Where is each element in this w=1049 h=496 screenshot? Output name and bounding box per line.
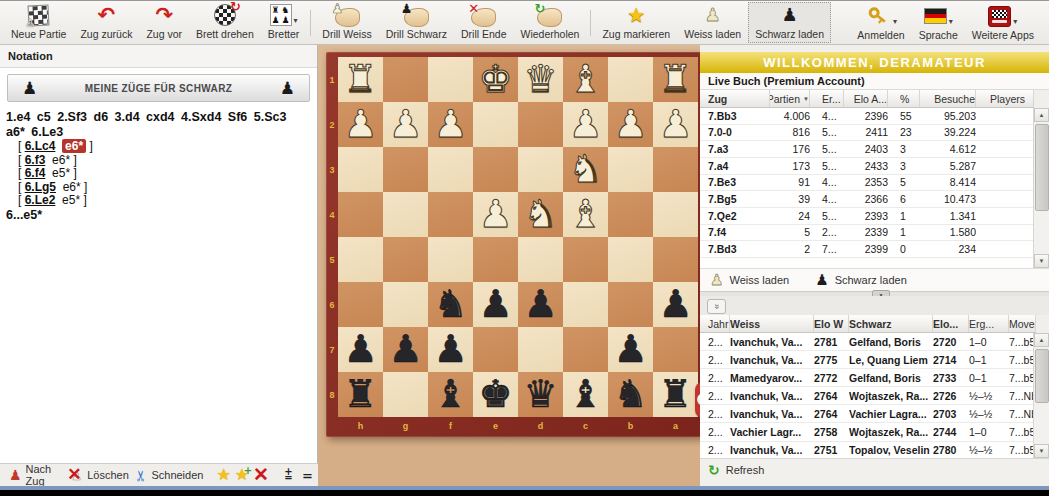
- white-bishop: ♝: [568, 192, 602, 237]
- game-cell-erg: 0–1: [969, 354, 1009, 366]
- square-g5[interactable]: [383, 237, 428, 282]
- square-a7[interactable]: [653, 327, 698, 372]
- games-column-header[interactable]: Weiss: [730, 315, 814, 332]
- square-d5[interactable]: [518, 237, 563, 282]
- drill-end-label: Drill Ende: [461, 28, 507, 40]
- variation-line: [ 6.f4 e5* ]: [6, 167, 311, 181]
- games-scrollbar[interactable]: ▲ ▼: [1033, 333, 1049, 458]
- book-row[interactable]: 7.0-08165...24112339.224: [700, 125, 1034, 142]
- square-c6[interactable]: [563, 282, 608, 327]
- white-pawn: ♟: [433, 102, 467, 147]
- book-row[interactable]: 7.Bd327...23990234: [700, 241, 1034, 258]
- undo-arrow-icon: ↶: [98, 4, 116, 26]
- black-knight: ♞: [433, 282, 467, 327]
- black-rook: ♜: [343, 372, 377, 417]
- square-b3[interactable]: [608, 147, 653, 192]
- book-row[interactable]: 7.Qe2245...239311.341: [700, 208, 1034, 225]
- book-cell-elo: 2411: [844, 126, 888, 138]
- book-cell-er: 4...: [810, 176, 844, 188]
- book-row[interactable]: 7.Bg5394...2366610.473: [700, 191, 1034, 208]
- square-c1[interactable]: ♝: [563, 57, 608, 102]
- black-pawn: ♟: [343, 327, 377, 372]
- square-h6[interactable]: [338, 282, 383, 327]
- key-icon: ▾: [865, 5, 897, 27]
- book-cell-pct: 6: [888, 193, 920, 205]
- book-column-label: Players: [990, 93, 1025, 105]
- game-cell-moves: 7...b5 8.0-0...: [1009, 426, 1036, 438]
- black-queen: ♛: [523, 372, 557, 417]
- load-white-button[interactable]: ♟ Weiss laden: [677, 2, 748, 43]
- game-cell-weiss: Mamedyarov...: [730, 372, 814, 384]
- games-column-header[interactable]: Elo W: [814, 315, 849, 332]
- square-f3[interactable]: [428, 147, 473, 192]
- scrollbar-thumb[interactable]: [1035, 349, 1049, 403]
- scroll-up-arrow[interactable]: ▲: [1034, 333, 1049, 347]
- square-c5[interactable]: [563, 237, 608, 282]
- more-apps-dropdown-arrow: ▾: [1013, 17, 1017, 26]
- scissors-icon: ✂: [134, 469, 149, 482]
- book-column-header[interactable]: Players: [976, 90, 1034, 107]
- variation-move-link[interactable]: 6.f4: [25, 166, 46, 180]
- game-row[interactable]: 2...Vachier Lagr...2758Wojtaszek, Ra...2…: [700, 423, 1036, 441]
- cut-button[interactable]: ✂ Schneiden: [132, 468, 207, 483]
- game-cell-erg: 1–0: [969, 426, 1009, 438]
- bracket: ]: [81, 180, 88, 194]
- variation-move[interactable]: e6*: [63, 180, 81, 194]
- bracket: [: [18, 166, 25, 180]
- game-cell-elo_s: 2720: [933, 336, 969, 348]
- white-knight: ♞: [568, 147, 602, 192]
- rank-label-8: 8: [326, 372, 338, 417]
- white-rook: ♜: [658, 57, 692, 102]
- games-column-header[interactable]: Erg...: [969, 315, 1009, 332]
- square-b4[interactable]: [608, 192, 653, 237]
- rank-label-5: 5: [326, 237, 338, 282]
- book-cell-partien: 176: [770, 143, 810, 155]
- book-column-header[interactable]: Er...: [810, 90, 844, 107]
- notation-panel-title: Notation: [0, 45, 317, 68]
- game-cell-jahr: 2...: [700, 390, 730, 402]
- book-column-label: Besuche: [934, 93, 975, 105]
- book-row[interactable]: 7.Bb34.0064...23965595.203: [700, 108, 1034, 125]
- eval-symbol-button[interactable]: =: [301, 469, 314, 482]
- game-cell-elo_s: 2733: [933, 372, 969, 384]
- book-cell-zug: 7.Bd3: [700, 243, 770, 255]
- square-c7[interactable]: [563, 327, 608, 372]
- variation-move-link[interactable]: 6.f3: [25, 153, 46, 167]
- load-black-button[interactable]: ♟ Schwarz laden: [748, 2, 831, 43]
- square-e5[interactable]: [473, 237, 518, 282]
- black-pawn-icon: ♟: [782, 4, 798, 26]
- variation-line: [ 6.Lg5 e6* ]: [6, 181, 311, 195]
- game-cell-jahr: 2...: [700, 372, 730, 384]
- game-cell-elo_w: 2781: [814, 336, 849, 348]
- book-row[interactable]: 7.a41735...243335.287: [700, 158, 1034, 175]
- chess-board[interactable]: 12345678 ♜♚♛♝♜♟♟♟♟♟♟♞♟♞♝♞♟♟♟♟♟♟♟♜♝♚♛♝♞♜ …: [326, 52, 704, 437]
- game-cell-erg: ½–½: [969, 444, 1009, 456]
- mark-move-button[interactable]: ★ Zug markieren: [595, 2, 677, 43]
- after-move-label: Nach Zug: [26, 463, 52, 487]
- game-row[interactable]: 2...Ivanchuk, Va...2764Vachier Lagra...2…: [700, 405, 1036, 423]
- square-d7[interactable]: [518, 327, 563, 372]
- book-column-header[interactable]: Besuche: [920, 90, 976, 107]
- game-cell-weiss: Vachier Lagr...: [730, 426, 814, 438]
- square-g1[interactable]: [383, 57, 428, 102]
- black-bishop: ♝: [568, 372, 602, 417]
- game-cell-elo_s: 2703: [933, 408, 969, 420]
- square-b6[interactable]: [608, 282, 653, 327]
- game-cell-erg: 0–1: [969, 372, 1009, 384]
- square-e4[interactable]: ♟: [473, 192, 518, 237]
- book-cell-er: 4...: [810, 193, 844, 205]
- book-cell-er: 5...: [810, 210, 844, 222]
- square-e3[interactable]: [473, 147, 518, 192]
- game-row[interactable]: 2...Mamedyarov...2772Gelfand, Boris27330…: [700, 369, 1036, 387]
- more-apps-button[interactable]: ▾ Weitere Apps: [965, 3, 1041, 44]
- scrollbar-thumb[interactable]: [1035, 124, 1049, 211]
- drill-black-label: Drill Schwarz: [386, 28, 447, 40]
- book-cell-zug: 7.a3: [700, 143, 770, 155]
- black-bishop: ♝: [433, 372, 467, 417]
- repeat-arm-icon: ↻: [537, 4, 562, 26]
- game-cell-erg: ½–½: [969, 390, 1009, 402]
- square-c4[interactable]: ♝: [563, 192, 608, 237]
- star-icon: ★: [627, 4, 645, 26]
- new-game-board-icon: ♙: [28, 4, 49, 26]
- square-d2[interactable]: [518, 102, 563, 147]
- book-cell-er: 7...: [810, 243, 844, 255]
- variation-move-link[interactable]: 6.Lg5: [25, 180, 56, 194]
- language-label: Sprache: [919, 29, 958, 41]
- square-e6[interactable]: ♟: [473, 282, 518, 327]
- book-cell-partien: 173: [770, 160, 810, 172]
- board-area: 12345678 ♜♚♛♝♜♟♟♟♟♟♟♞♟♞♝♞♟♟♟♟♟♟♟♜♝♚♛♝♞♜ …: [318, 45, 700, 486]
- square-g3[interactable]: [383, 147, 428, 192]
- book-cell-besuche: 234: [920, 243, 976, 255]
- game-row[interactable]: 2...Ivanchuk, Va...2751Topalov, Veselin2…: [700, 442, 1036, 458]
- book-column-header[interactable]: %: [888, 90, 920, 107]
- notation-panel: Notation ♟ MEINE ZÜGE FÜR SCHWARZ ♟ 1.e4…: [0, 45, 318, 486]
- black-pawn: ♟: [433, 327, 467, 372]
- square-h2[interactable]: ♟: [338, 102, 383, 147]
- square-f2[interactable]: ♟: [428, 102, 473, 147]
- scroll-up-arrow[interactable]: ▲: [1034, 108, 1049, 122]
- book-cell-partien: 91: [770, 176, 810, 188]
- delete-label: Löschen: [87, 469, 129, 481]
- square-a1[interactable]: ♜: [653, 57, 698, 102]
- book-cell-zug: 7.Bb3: [700, 110, 770, 122]
- live-book-title: Live Buch (Premium Account): [700, 73, 1049, 90]
- load-white-link-label: Weiss laden: [729, 274, 789, 286]
- refresh-bar: ↻ Refresh: [700, 458, 1049, 481]
- game-cell-schwarz: Gelfand, Boris: [849, 372, 933, 384]
- square-d1[interactable]: ♛: [518, 57, 563, 102]
- live-book-scrollbar[interactable]: ▲ ▼: [1033, 108, 1049, 268]
- variation-move-link[interactable]: 6.Le2: [25, 193, 56, 207]
- top-toolbar: ♙ Neue Partie ↶ Zug zurück ↷ Zug vor ↻ B…: [0, 0, 1049, 45]
- mainline-moves[interactable]: 1.e4 c5 2.Sf3 d6 3.d4 cxd4 4.Sxd4 Sf6 5.…: [6, 110, 311, 140]
- collapse-button[interactable]: »: [707, 299, 726, 314]
- book-cell-besuche: 95.203: [920, 110, 976, 122]
- game-cell-schwarz: Wojtaszek, Ra...: [849, 390, 933, 402]
- game-cell-elo_w: 2775: [814, 354, 849, 366]
- white-knight: ♞: [523, 192, 557, 237]
- white-pawn: ♟: [388, 102, 422, 147]
- square-g4[interactable]: [383, 192, 428, 237]
- games-column-header[interactable]: Schwarz: [849, 315, 933, 332]
- bracket: ]: [86, 139, 93, 153]
- book-column-header[interactable]: Partien▼: [770, 90, 810, 107]
- square-a3[interactable]: [653, 147, 698, 192]
- book-row[interactable]: 7.f452...233911.580: [700, 225, 1034, 242]
- game-cell-schwarz: Le, Quang Liem: [849, 354, 933, 366]
- boards-button[interactable]: ♜♞♟♟ ▾ Bretter: [261, 2, 307, 43]
- game-row[interactable]: 2...Ivanchuk, Va...2764Wojtaszek, Ra...2…: [700, 387, 1036, 405]
- square-g8[interactable]: [383, 372, 428, 417]
- variation-move[interactable]: e5*: [62, 193, 80, 207]
- book-cell-partien: 4.006: [770, 110, 810, 122]
- variation-line: [ 6.Le2 e5* ]: [6, 194, 311, 208]
- book-cell-elo: 2393: [844, 210, 888, 222]
- book-cell-zug: 7.0-0: [700, 126, 770, 138]
- variation-list: [ 6.Lc4 e6* ][ 6.f3 e6* ][ 6.f4 e5* ][ 6…: [6, 140, 311, 208]
- game-cell-schwarz: Vachier Lagra...: [849, 408, 933, 420]
- square-h4[interactable]: [338, 192, 383, 237]
- rank-label-3: 3: [326, 147, 338, 192]
- square-f6[interactable]: ♞: [428, 282, 473, 327]
- login-dropdown-arrow: ▾: [893, 17, 897, 26]
- game-cell-schwarz: Wojtaszek, Ra...: [849, 426, 933, 438]
- white-pawn: ♟: [613, 102, 647, 147]
- square-a6[interactable]: ♟: [653, 282, 698, 327]
- book-cell-besuche: 10.473: [920, 193, 976, 205]
- drill-end-button[interactable]: ✕ Drill Ende: [454, 2, 514, 43]
- game-cell-weiss: Ivanchuk, Va...: [730, 390, 814, 402]
- game-cell-moves: 7...b5 8.0-0...: [1009, 372, 1036, 384]
- refresh-icon: ↻: [708, 463, 720, 477]
- tail-move[interactable]: 6...e5*: [6, 208, 311, 223]
- file-label-a: a: [653, 421, 698, 435]
- game-cell-elo_w: 2751: [814, 444, 849, 456]
- refresh-label[interactable]: Refresh: [726, 464, 765, 476]
- book-cell-zug: 7.Be3: [700, 176, 770, 188]
- white-pawn: ♟: [658, 102, 692, 147]
- game-cell-elo_w: 2764: [814, 408, 849, 420]
- square-e2[interactable]: [473, 102, 518, 147]
- game-cell-moves: 7...Nbd7 8....: [1009, 390, 1036, 402]
- square-c3[interactable]: ♞: [563, 147, 608, 192]
- square-f4[interactable]: [428, 192, 473, 237]
- move-forward-button[interactable]: ↷ Zug vor: [139, 2, 189, 43]
- book-cell-besuche: 39.224: [920, 126, 976, 138]
- black-pawn: ♟: [523, 282, 557, 327]
- book-cell-elo: 2353: [844, 176, 888, 188]
- book-row[interactable]: 7.Be3914...235358.414: [700, 175, 1034, 192]
- square-g6[interactable]: [383, 282, 428, 327]
- square-h5[interactable]: [338, 237, 383, 282]
- square-a2[interactable]: ♟: [653, 102, 698, 147]
- move-list: 1.e4 c5 2.Sf3 d6 3.d4 cxd4 4.Sxd4 Sf6 5.…: [0, 106, 317, 227]
- square-d6[interactable]: ♟: [518, 282, 563, 327]
- square-b2[interactable]: ♟: [608, 102, 653, 147]
- language-button[interactable]: ▾ Sprache: [912, 3, 965, 44]
- game-cell-erg: ½–½: [969, 408, 1009, 420]
- move-back-button[interactable]: ↶ Zug zurück: [73, 2, 139, 43]
- book-cell-elo: 2366: [844, 193, 888, 205]
- square-f8[interactable]: ♝: [428, 372, 473, 417]
- book-cell-pct: 1: [888, 210, 920, 222]
- variation-move[interactable]: e6*: [52, 153, 70, 167]
- game-row[interactable]: 2...Ivanchuk, Va...2781Gelfand, Boris272…: [700, 333, 1036, 351]
- bracket: [: [18, 193, 25, 207]
- game-cell-jahr: 2...: [700, 336, 730, 348]
- book-cell-besuche: 5.287: [920, 160, 976, 172]
- repeat-button[interactable]: ↻ Wiederholen: [514, 2, 587, 43]
- right-panel: WILLKOMMEN, DERAMATEUR Live Buch (Premiu…: [700, 45, 1049, 486]
- square-d4[interactable]: ♞: [518, 192, 563, 237]
- games-column-header[interactable]: Jahr: [700, 315, 730, 332]
- square-c2[interactable]: ♟: [563, 102, 608, 147]
- game-cell-jahr: 2...: [700, 408, 730, 420]
- games-column-header[interactable]: Moves: [1009, 315, 1036, 332]
- game-cell-jahr: 2...: [700, 354, 730, 366]
- square-f1[interactable]: [428, 57, 473, 102]
- variation-line: [ 6.Lc4 e6* ]: [6, 140, 311, 154]
- square-g2[interactable]: ♟: [383, 102, 428, 147]
- current-move[interactable]: e6*: [62, 139, 86, 153]
- white-bishop: ♝: [568, 57, 602, 102]
- variation-move-link[interactable]: 6.Lc4: [25, 139, 56, 153]
- file-labels: hgfedcba: [338, 421, 698, 435]
- variation-move[interactable]: e5*: [52, 166, 70, 180]
- drill-black-arm-icon: ♟: [404, 4, 429, 26]
- book-cell-elo: 2433: [844, 160, 888, 172]
- load-color-bar: ♟ Weiss laden ♟ Schwarz laden: [700, 268, 1049, 292]
- book-cell-pct: 23: [888, 126, 920, 138]
- eval-symbol-button[interactable]: +=: [282, 469, 295, 481]
- game-cell-moves: 7...b5 8.0-0...: [1009, 336, 1036, 348]
- book-column-label: %: [900, 93, 909, 105]
- scroll-down-arrow[interactable]: ▼: [1034, 444, 1049, 458]
- book-cell-zug: 7.Bg5: [700, 193, 770, 205]
- square-e7[interactable]: [473, 327, 518, 372]
- rank-label-7: 7: [326, 327, 338, 372]
- white-queen: ♛: [523, 57, 557, 102]
- drill-black-button[interactable]: ♟ Drill Schwarz: [379, 2, 454, 43]
- game-row[interactable]: 2...Ivanchuk, Va...2775Le, Quang Liem271…: [700, 351, 1036, 369]
- square-f5[interactable]: [428, 237, 473, 282]
- white-pawn: ♟: [568, 102, 602, 147]
- square-h8[interactable]: ♜: [338, 372, 383, 417]
- square-b8[interactable]: ♞: [608, 372, 653, 417]
- book-cell-partien: 5: [770, 226, 810, 238]
- square-e8[interactable]: ♚: [473, 372, 518, 417]
- load-white-link[interactable]: ♟ Weiss laden: [710, 273, 789, 288]
- drill-white-button[interactable]: ♟ Drill Weiss: [315, 2, 378, 43]
- black-pawn: ♟: [478, 282, 512, 327]
- game-cell-moves: 7...b5 8.0-0...: [1009, 444, 1036, 456]
- load-black-link-label: Schwarz laden: [835, 274, 907, 286]
- black-pawn-icon: ♟: [815, 273, 828, 288]
- sort-descending-icon: ▼: [803, 96, 809, 102]
- flip-board-icon: ↻: [214, 4, 236, 26]
- chessbase-logo-icon: ▾: [988, 5, 1017, 27]
- square-a8[interactable]: ♜: [653, 372, 698, 417]
- book-row[interactable]: 7.a31765...240334.612: [700, 141, 1034, 158]
- drill-white-label: Drill Weiss: [322, 28, 371, 40]
- welcome-banner: WILLKOMMEN, DERAMATEUR: [700, 52, 1049, 73]
- square-e1[interactable]: ♚: [473, 57, 518, 102]
- book-cell-partien: 816: [770, 126, 810, 138]
- square-b7[interactable]: ♟: [608, 327, 653, 372]
- square-h7[interactable]: ♟: [338, 327, 383, 372]
- game-cell-jahr: 2...: [700, 444, 730, 456]
- scroll-down-arrow[interactable]: ▼: [1034, 254, 1049, 268]
- delete-icon: ♟✕: [67, 467, 83, 483]
- window-bottom-border: [0, 490, 1049, 496]
- book-cell-elo: 2399: [844, 243, 888, 255]
- square-a5[interactable]: [653, 237, 698, 282]
- game-cell-moves: 7...b5 8.0-0...: [1009, 354, 1036, 366]
- file-label-d: d: [518, 421, 563, 435]
- game-cell-elo_w: 2764: [814, 390, 849, 402]
- square-b5[interactable]: [608, 237, 653, 282]
- book-cell-pct: 5: [888, 176, 920, 188]
- star-add-button[interactable]: ★+: [235, 467, 249, 483]
- square-a4[interactable]: [653, 192, 698, 237]
- mark-move-label: Zug markieren: [602, 28, 670, 40]
- game-cell-schwarz: Topalov, Veselin: [849, 444, 933, 456]
- delete-button[interactable]: ♟✕ Löschen: [64, 467, 132, 483]
- after-move-button[interactable]: ♟ Nach Zug: [6, 463, 54, 487]
- chessbase-app-window: ♙ Neue Partie ↶ Zug zurück ↷ Zug vor ↻ B…: [0, 0, 1049, 496]
- move-forward-label: Zug vor: [146, 28, 182, 40]
- live-book-header-row: ZugPartien▼Er...Elo A...%BesuchePlayers: [700, 90, 1034, 108]
- square-h1[interactable]: ♜: [338, 57, 383, 102]
- star-button[interactable]: ★: [216, 467, 230, 483]
- games-column-header[interactable]: Elo...: [933, 315, 969, 332]
- new-game-label: Neue Partie: [11, 28, 66, 40]
- game-cell-elo_w: 2772: [814, 372, 849, 384]
- book-cell-besuche: 8.414: [920, 176, 976, 188]
- live-book-table: 7.Bb34.0064...23965595.2037.0-08165...24…: [700, 108, 1034, 268]
- remove-mark-button[interactable]: ✕: [253, 467, 269, 483]
- book-column-header[interactable]: Zug: [700, 90, 770, 107]
- game-cell-moves: 7...Nbd7 8...: [1009, 408, 1036, 420]
- square-b1[interactable]: [608, 57, 653, 102]
- flip-board-button[interactable]: ↻ Brett drehen: [189, 2, 261, 43]
- new-game-button[interactable]: ♙ Neue Partie: [4, 2, 73, 43]
- book-column-header[interactable]: Elo A...: [844, 90, 888, 107]
- file-label-g: g: [383, 421, 428, 435]
- load-black-link[interactable]: ♟ Schwarz laden: [815, 273, 907, 288]
- square-d3[interactable]: [518, 147, 563, 192]
- book-cell-er: 2...: [810, 226, 844, 238]
- square-h3[interactable]: [338, 147, 383, 192]
- games-table: 2...Ivanchuk, Va...2781Gelfand, Boris272…: [700, 333, 1036, 458]
- book-cell-er: 5...: [810, 143, 844, 155]
- login-button[interactable]: ▾ Anmelden: [850, 3, 911, 44]
- drill-white-arm-icon: ♟: [335, 4, 360, 26]
- cut-label: Schneiden: [151, 469, 203, 481]
- square-f7[interactable]: ♟: [428, 327, 473, 372]
- square-g7[interactable]: ♟: [383, 327, 428, 372]
- square-d8[interactable]: ♛: [518, 372, 563, 417]
- square-c8[interactable]: ♝: [563, 372, 608, 417]
- black-pawn: ♟: [658, 282, 692, 327]
- more-apps-label: Weitere Apps: [972, 29, 1034, 41]
- book-cell-pct: 0: [888, 243, 920, 255]
